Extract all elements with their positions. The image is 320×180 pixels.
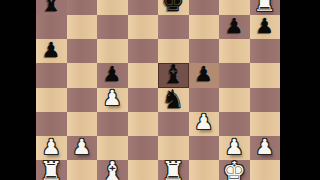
square-c1[interactable]: ♝ xyxy=(97,160,128,180)
square-f2[interactable] xyxy=(189,136,220,160)
square-c6[interactable] xyxy=(97,39,128,63)
square-a4[interactable] xyxy=(36,88,67,112)
square-c8[interactable] xyxy=(97,0,128,15)
chess-board: ♝♚♜♟♟♟♟♝♟♟♞♟♟♟♟♟♜♝♜♚ xyxy=(36,0,280,180)
square-d2[interactable] xyxy=(128,136,159,160)
square-f5[interactable]: ♟ xyxy=(189,63,220,87)
white-pawn[interactable]: ♟ xyxy=(255,137,274,158)
square-h6[interactable] xyxy=(250,39,281,63)
black-pawn[interactable]: ♟ xyxy=(194,64,213,85)
white-pawn[interactable]: ♟ xyxy=(225,137,244,158)
square-f4[interactable] xyxy=(189,88,220,112)
square-g3[interactable] xyxy=(219,112,250,136)
white-king[interactable]: ♚ xyxy=(223,158,246,180)
white-pawn[interactable]: ♟ xyxy=(72,137,91,158)
square-f6[interactable] xyxy=(189,39,220,63)
black-pawn[interactable]: ♟ xyxy=(42,40,61,61)
square-a3[interactable] xyxy=(36,112,67,136)
square-b7[interactable] xyxy=(67,15,98,39)
square-a1[interactable]: ♜ xyxy=(36,160,67,180)
black-king[interactable]: ♚ xyxy=(162,0,185,15)
square-h1[interactable] xyxy=(250,160,281,180)
square-d7[interactable] xyxy=(128,15,159,39)
square-b6[interactable] xyxy=(67,39,98,63)
square-a6[interactable]: ♟ xyxy=(36,39,67,63)
black-pawn[interactable]: ♟ xyxy=(103,64,122,85)
black-pawn[interactable]: ♟ xyxy=(225,16,244,37)
letterbox-bar-right xyxy=(280,0,320,180)
square-d5[interactable] xyxy=(128,63,159,87)
square-e1[interactable]: ♜ xyxy=(158,160,189,180)
square-h3[interactable] xyxy=(250,112,281,136)
square-e3[interactable] xyxy=(158,112,189,136)
square-c5[interactable]: ♟ xyxy=(97,63,128,87)
square-d8[interactable] xyxy=(128,0,159,15)
white-pawn[interactable]: ♟ xyxy=(42,137,61,158)
square-g1[interactable]: ♚ xyxy=(219,160,250,180)
square-a7[interactable] xyxy=(36,15,67,39)
square-f1[interactable] xyxy=(189,160,220,180)
square-b3[interactable] xyxy=(67,112,98,136)
square-h2[interactable]: ♟ xyxy=(250,136,281,160)
white-rook[interactable]: ♜ xyxy=(40,158,63,180)
square-f3[interactable]: ♟ xyxy=(189,112,220,136)
black-pawn[interactable]: ♟ xyxy=(255,16,274,37)
black-bishop[interactable]: ♝ xyxy=(40,0,63,15)
square-c4[interactable]: ♟ xyxy=(97,88,128,112)
square-b8[interactable] xyxy=(67,0,98,15)
letterbox-bar-left xyxy=(0,0,36,180)
square-e4[interactable]: ♞ xyxy=(158,88,189,112)
square-e7[interactable] xyxy=(158,15,189,39)
square-e8[interactable]: ♚ xyxy=(158,0,189,15)
square-g4[interactable] xyxy=(219,88,250,112)
square-g5[interactable] xyxy=(219,63,250,87)
square-d1[interactable] xyxy=(128,160,159,180)
white-rook[interactable]: ♜ xyxy=(162,158,185,180)
white-bishop[interactable]: ♝ xyxy=(101,158,124,180)
white-pawn[interactable]: ♟ xyxy=(194,112,213,133)
square-a8[interactable]: ♝ xyxy=(36,0,67,15)
square-d4[interactable] xyxy=(128,88,159,112)
square-d3[interactable] xyxy=(128,112,159,136)
square-d6[interactable] xyxy=(128,39,159,63)
square-f7[interactable] xyxy=(189,15,220,39)
square-h7[interactable]: ♟ xyxy=(250,15,281,39)
square-b2[interactable]: ♟ xyxy=(67,136,98,160)
square-c3[interactable] xyxy=(97,112,128,136)
square-f8[interactable] xyxy=(189,0,220,15)
video-frame: ♝♚♜♟♟♟♟♝♟♟♞♟♟♟♟♟♜♝♜♚ xyxy=(0,0,320,180)
square-g6[interactable] xyxy=(219,39,250,63)
square-h4[interactable] xyxy=(250,88,281,112)
square-b4[interactable] xyxy=(67,88,98,112)
square-c7[interactable] xyxy=(97,15,128,39)
square-h5[interactable] xyxy=(250,63,281,87)
square-g7[interactable]: ♟ xyxy=(219,15,250,39)
square-b5[interactable] xyxy=(67,63,98,87)
white-pawn[interactable]: ♟ xyxy=(103,88,122,109)
black-knight[interactable]: ♞ xyxy=(162,86,185,112)
square-b1[interactable] xyxy=(67,160,98,180)
square-a5[interactable] xyxy=(36,63,67,87)
